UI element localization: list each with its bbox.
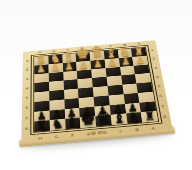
chess-set-photo: HGFEDCBA HGFEDCBA 12345678 12345678 ♜♞♝♚… bbox=[0, 0, 192, 170]
white-knight: ♞ bbox=[49, 52, 60, 64]
rank-label: 2 bbox=[24, 65, 29, 74]
rank-label: 1 bbox=[25, 56, 30, 65]
square-f7: ♟ bbox=[64, 108, 80, 119]
rank-label: 6 bbox=[24, 103, 30, 114]
file-label: D bbox=[97, 130, 114, 135]
black-rook: ♜ bbox=[144, 110, 156, 123]
file-label: H bbox=[32, 135, 48, 140]
white-knight: ♞ bbox=[119, 46, 130, 58]
square-e8: ♚ bbox=[80, 116, 96, 128]
square-h8: ♜ bbox=[34, 120, 49, 132]
rank-label: 7 bbox=[24, 113, 30, 124]
rank-label: 4 bbox=[24, 83, 30, 93]
square-a8: ♜ bbox=[141, 111, 158, 123]
rank-labels-left: 12345678 bbox=[23, 56, 30, 134]
chess-board: HGFEDCBA HGFEDCBA 12345678 12345678 ♜♞♝♚… bbox=[21, 40, 172, 142]
file-label: C bbox=[113, 128, 130, 133]
rank-label: 5 bbox=[24, 93, 30, 103]
file-label: F bbox=[64, 132, 80, 137]
square-f8: ♝ bbox=[65, 118, 81, 130]
square-b8: ♞ bbox=[126, 112, 143, 124]
rank-label: 3 bbox=[24, 74, 30, 84]
white-bishop: ♝ bbox=[105, 46, 117, 59]
black-rook: ♜ bbox=[36, 119, 48, 132]
brass-clasp bbox=[91, 131, 103, 135]
square-h5 bbox=[34, 91, 49, 102]
file-label: B bbox=[129, 127, 146, 132]
square-c8: ♝ bbox=[111, 114, 128, 126]
board-squares-grid: ♜♞♝♚♛♝♞♜♟♟♟♟♟♟♟♟♟♟♟♟♟♟♟♟♜♞♝♚♛♝♞♜ bbox=[33, 47, 159, 133]
square-g8: ♞ bbox=[50, 119, 66, 131]
white-queen: ♛ bbox=[90, 45, 104, 60]
white-bishop: ♝ bbox=[63, 49, 75, 62]
file-label: G bbox=[48, 134, 64, 139]
square-d8: ♛ bbox=[95, 115, 111, 127]
rank-label: 8 bbox=[23, 123, 29, 134]
square-b6 bbox=[123, 93, 139, 104]
file-label: A bbox=[145, 125, 162, 130]
white-king: ♚ bbox=[75, 45, 90, 61]
board-inner-frame: ♜♞♝♚♛♝♞♜♟♟♟♟♟♟♟♟♟♟♟♟♟♟♟♟♜♞♝♚♛♝♞♜ bbox=[30, 45, 162, 135]
